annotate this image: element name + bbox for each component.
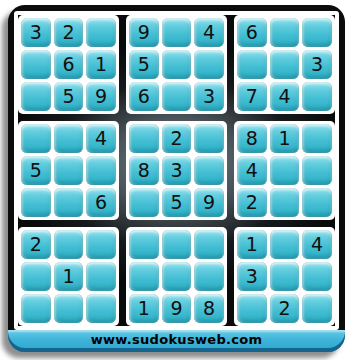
- sudoku-page: 326159945636374456283598142211981432 www…: [0, 0, 350, 360]
- cell-r2c2[interactable]: 6: [54, 50, 84, 79]
- cell-r9c4[interactable]: 1: [129, 294, 159, 323]
- cell-r2c7[interactable]: [237, 50, 267, 79]
- cell-r3c2[interactable]: 5: [54, 82, 84, 111]
- cell-r7c8[interactable]: [270, 230, 300, 259]
- cell-r6c1[interactable]: [21, 188, 51, 217]
- cell-r9c3[interactable]: [86, 294, 116, 323]
- cell-r3c3[interactable]: 9: [86, 82, 116, 111]
- box-1-3: 6374: [234, 15, 335, 114]
- cell-r5c4[interactable]: 8: [129, 156, 159, 185]
- cell-r7c3[interactable]: [86, 230, 116, 259]
- cell-r7c6[interactable]: [194, 230, 224, 259]
- cell-r4c7[interactable]: 8: [237, 124, 267, 153]
- cell-r5c7[interactable]: 4: [237, 156, 267, 185]
- box-2-1: 456: [18, 121, 119, 220]
- cell-r5c9[interactable]: [302, 156, 332, 185]
- cell-r5c6[interactable]: [194, 156, 224, 185]
- cell-r5c8[interactable]: [270, 156, 300, 185]
- cell-r4c6[interactable]: [194, 124, 224, 153]
- cell-r7c2[interactable]: [54, 230, 84, 259]
- box-3-3: 1432: [234, 227, 335, 326]
- cell-r8c9[interactable]: [302, 262, 332, 291]
- box-2-2: 28359: [126, 121, 227, 220]
- cell-r1c2[interactable]: 2: [54, 18, 84, 47]
- cell-r6c3[interactable]: 6: [86, 188, 116, 217]
- box-1-1: 326159: [18, 15, 119, 114]
- cell-r8c2[interactable]: 1: [54, 262, 84, 291]
- box-2-3: 8142: [234, 121, 335, 220]
- cell-r3c9[interactable]: [302, 82, 332, 111]
- cell-r8c8[interactable]: [270, 262, 300, 291]
- cell-r1c8[interactable]: [270, 18, 300, 47]
- cell-r9c2[interactable]: [54, 294, 84, 323]
- cell-r2c8[interactable]: [270, 50, 300, 79]
- cell-r1c7[interactable]: 6: [237, 18, 267, 47]
- cell-r8c7[interactable]: 3: [237, 262, 267, 291]
- cell-r4c5[interactable]: 2: [162, 124, 192, 153]
- cell-r1c1[interactable]: 3: [21, 18, 51, 47]
- cell-r8c4[interactable]: [129, 262, 159, 291]
- cell-r4c3[interactable]: 4: [86, 124, 116, 153]
- cell-r8c6[interactable]: [194, 262, 224, 291]
- cell-r4c8[interactable]: 1: [270, 124, 300, 153]
- cell-r6c6[interactable]: 9: [194, 188, 224, 217]
- cell-r5c3[interactable]: [86, 156, 116, 185]
- cell-r6c9[interactable]: [302, 188, 332, 217]
- cell-r5c1[interactable]: 5: [21, 156, 51, 185]
- cell-r9c5[interactable]: 9: [162, 294, 192, 323]
- box-1-2: 94563: [126, 15, 227, 114]
- cell-r6c7[interactable]: 2: [237, 188, 267, 217]
- box-3-1: 21: [18, 227, 119, 326]
- cell-r1c9[interactable]: [302, 18, 332, 47]
- cell-r7c1[interactable]: 2: [21, 230, 51, 259]
- cell-r3c7[interactable]: 7: [237, 82, 267, 111]
- cell-r1c5[interactable]: [162, 18, 192, 47]
- cell-r3c8[interactable]: 4: [270, 82, 300, 111]
- cell-r7c4[interactable]: [129, 230, 159, 259]
- cell-r9c7[interactable]: [237, 294, 267, 323]
- cell-r8c1[interactable]: [21, 262, 51, 291]
- cell-r4c4[interactable]: [129, 124, 159, 153]
- cell-r9c8[interactable]: 2: [270, 294, 300, 323]
- cell-r3c4[interactable]: 6: [129, 82, 159, 111]
- cell-r3c5[interactable]: [162, 82, 192, 111]
- cell-r9c9[interactable]: [302, 294, 332, 323]
- cell-r6c5[interactable]: 5: [162, 188, 192, 217]
- cell-r4c1[interactable]: [21, 124, 51, 153]
- cell-r3c6[interactable]: 3: [194, 82, 224, 111]
- cell-r8c5[interactable]: [162, 262, 192, 291]
- cell-r6c4[interactable]: [129, 188, 159, 217]
- footer-banner: www.sudokusweb.com: [8, 330, 345, 352]
- cell-r2c9[interactable]: 3: [302, 50, 332, 79]
- cell-r2c6[interactable]: [194, 50, 224, 79]
- cell-r1c4[interactable]: 9: [129, 18, 159, 47]
- cell-r5c5[interactable]: 3: [162, 156, 192, 185]
- cell-r6c8[interactable]: [270, 188, 300, 217]
- cell-r7c7[interactable]: 1: [237, 230, 267, 259]
- cell-r3c1[interactable]: [21, 82, 51, 111]
- cell-r2c4[interactable]: 5: [129, 50, 159, 79]
- cell-r8c3[interactable]: [86, 262, 116, 291]
- board-frame: 326159945636374456283598142211981432 www…: [8, 5, 345, 352]
- cell-r2c3[interactable]: 1: [86, 50, 116, 79]
- cell-r1c3[interactable]: [86, 18, 116, 47]
- cell-r7c9[interactable]: 4: [302, 230, 332, 259]
- cell-r2c5[interactable]: [162, 50, 192, 79]
- box-3-2: 198: [126, 227, 227, 326]
- cell-r5c2[interactable]: [54, 156, 84, 185]
- cell-r2c1[interactable]: [21, 50, 51, 79]
- cell-r9c6[interactable]: 8: [194, 294, 224, 323]
- footer-url: www.sudokusweb.com: [91, 332, 263, 347]
- cell-r4c9[interactable]: [302, 124, 332, 153]
- cell-r4c2[interactable]: [54, 124, 84, 153]
- sudoku-grid: 326159945636374456283598142211981432: [14, 11, 339, 330]
- cell-r6c2[interactable]: [54, 188, 84, 217]
- cell-r1c6[interactable]: 4: [194, 18, 224, 47]
- cell-r9c1[interactable]: [21, 294, 51, 323]
- cell-r7c5[interactable]: [162, 230, 192, 259]
